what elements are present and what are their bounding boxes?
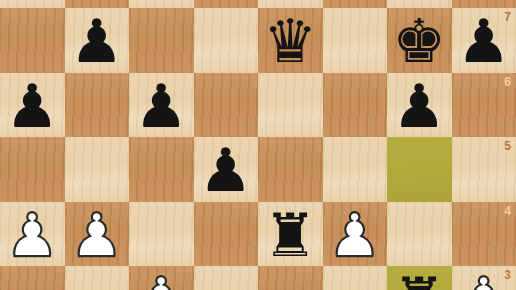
chessboard: ♟♛♚♟7♟♟♟6♟5♟♟♜♟4♟♜♟3 bbox=[0, 0, 516, 290]
square-b7[interactable]: ♟ bbox=[65, 8, 130, 73]
square-e8[interactable] bbox=[258, 0, 323, 8]
square-g4[interactable] bbox=[387, 202, 452, 267]
square-e5[interactable] bbox=[258, 137, 323, 202]
square-g7[interactable]: ♚ bbox=[387, 8, 452, 73]
square-d5[interactable]: ♟ bbox=[194, 137, 259, 202]
square-f7[interactable] bbox=[323, 8, 388, 73]
square-b5[interactable] bbox=[65, 137, 130, 202]
square-b4[interactable]: ♟ bbox=[65, 202, 130, 267]
chessboard-viewport: ♟♛♚♟7♟♟♟6♟5♟♟♜♟4♟♜♟3 bbox=[0, 0, 516, 290]
square-f8[interactable] bbox=[323, 0, 388, 8]
black-king-icon[interactable]: ♚ bbox=[392, 9, 446, 73]
square-c6[interactable]: ♟ bbox=[129, 73, 194, 138]
square-a5[interactable] bbox=[0, 137, 65, 202]
square-g5[interactable] bbox=[387, 137, 452, 202]
black-rook-icon[interactable]: ♜ bbox=[392, 267, 446, 290]
square-c8[interactable] bbox=[129, 0, 194, 8]
black-rook-icon[interactable]: ♜ bbox=[263, 203, 317, 267]
black-pawn-icon[interactable]: ♟ bbox=[5, 74, 59, 138]
rank-label-7: 7 bbox=[504, 11, 511, 23]
square-h4[interactable]: 4 bbox=[452, 202, 516, 267]
black-pawn-icon[interactable]: ♟ bbox=[134, 74, 188, 138]
rank-label-4: 4 bbox=[504, 205, 511, 217]
square-d3[interactable] bbox=[194, 266, 259, 290]
square-h3[interactable]: ♟3 bbox=[452, 266, 516, 290]
rank-label-3: 3 bbox=[504, 269, 511, 281]
square-b3[interactable] bbox=[65, 266, 130, 290]
square-a3[interactable] bbox=[0, 266, 65, 290]
square-d6[interactable] bbox=[194, 73, 259, 138]
square-f3[interactable] bbox=[323, 266, 388, 290]
square-e6[interactable] bbox=[258, 73, 323, 138]
square-d4[interactable] bbox=[194, 202, 259, 267]
black-pawn-icon[interactable]: ♟ bbox=[457, 9, 511, 73]
square-h7[interactable]: ♟7 bbox=[452, 8, 516, 73]
white-pawn-icon[interactable]: ♟ bbox=[457, 267, 511, 290]
black-queen-icon[interactable]: ♛ bbox=[263, 9, 317, 73]
square-g8[interactable] bbox=[387, 0, 452, 8]
square-h8[interactable] bbox=[452, 0, 516, 8]
square-f6[interactable] bbox=[323, 73, 388, 138]
black-pawn-icon[interactable]: ♟ bbox=[199, 138, 253, 202]
square-a8[interactable] bbox=[0, 0, 65, 8]
square-e4[interactable]: ♜ bbox=[258, 202, 323, 267]
square-c3[interactable]: ♟ bbox=[129, 266, 194, 290]
square-e3[interactable] bbox=[258, 266, 323, 290]
square-c4[interactable] bbox=[129, 202, 194, 267]
square-c5[interactable] bbox=[129, 137, 194, 202]
square-h6[interactable]: 6 bbox=[452, 73, 516, 138]
black-pawn-icon[interactable]: ♟ bbox=[70, 9, 124, 73]
white-pawn-icon[interactable]: ♟ bbox=[5, 203, 59, 267]
square-b6[interactable] bbox=[65, 73, 130, 138]
square-e7[interactable]: ♛ bbox=[258, 8, 323, 73]
white-pawn-icon[interactable]: ♟ bbox=[70, 203, 124, 267]
square-f4[interactable]: ♟ bbox=[323, 202, 388, 267]
rank-label-6: 6 bbox=[504, 76, 511, 88]
rank-label-5: 5 bbox=[504, 140, 511, 152]
black-pawn-icon[interactable]: ♟ bbox=[392, 74, 446, 138]
square-h5[interactable]: 5 bbox=[452, 137, 516, 202]
white-pawn-icon[interactable]: ♟ bbox=[328, 203, 382, 267]
square-a7[interactable] bbox=[0, 8, 65, 73]
square-d8[interactable] bbox=[194, 0, 259, 8]
square-g3[interactable]: ♜ bbox=[387, 266, 452, 290]
square-g6[interactable]: ♟ bbox=[387, 73, 452, 138]
square-c7[interactable] bbox=[129, 8, 194, 73]
white-pawn-icon[interactable]: ♟ bbox=[134, 267, 188, 290]
square-b8[interactable] bbox=[65, 0, 130, 8]
square-a6[interactable]: ♟ bbox=[0, 73, 65, 138]
square-a4[interactable]: ♟ bbox=[0, 202, 65, 267]
square-f5[interactable] bbox=[323, 137, 388, 202]
square-d7[interactable] bbox=[194, 8, 259, 73]
